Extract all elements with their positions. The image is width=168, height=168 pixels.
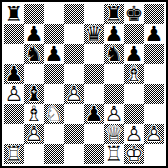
piece-glyph: ♖ [104,144,124,164]
square-b7[interactable]: ♟♟ [24,24,44,44]
piece-glyph: ♟ [84,104,104,124]
square-h6[interactable] [144,44,164,64]
piece-black-pawn: ♟♟ [44,44,64,64]
piece-glyph: ♟ [124,44,144,64]
piece-glyph: ♛ [84,24,104,44]
piece-black-king: ♚♚ [124,4,144,24]
piece-glyph: ♞ [24,44,44,64]
square-g2[interactable]: ♟♙ [124,124,144,144]
piece-glyph: ♜ [4,4,24,24]
square-e5[interactable] [84,64,104,84]
piece-glyph: ♜ [104,4,124,24]
piece-black-bishop: ♝♝ [24,84,44,104]
square-b6[interactable]: ♞♞ [24,44,44,64]
piece-glyph: ♟ [144,24,164,44]
square-c2[interactable] [44,124,64,144]
square-c1[interactable] [44,144,64,164]
piece-black-pawn: ♟♟ [24,24,44,44]
square-c8[interactable] [44,4,64,24]
piece-white-bishop: ♝♗ [124,64,144,84]
piece-glyph: ♚ [124,4,144,24]
square-a7[interactable] [4,24,24,44]
square-a2[interactable] [4,124,24,144]
square-f6[interactable]: ♞♞ [104,44,124,64]
square-a5[interactable]: ♟♟ [4,64,24,84]
piece-glyph: ♟ [44,44,64,64]
square-d4[interactable]: ♟♙ [64,84,84,104]
piece-white-pawn: ♟♙ [124,124,144,144]
piece-glyph: ♞ [104,44,124,64]
piece-black-rook: ♜♜ [104,4,124,24]
square-g3[interactable] [124,104,144,124]
square-f8[interactable]: ♜♜ [104,4,124,24]
square-g5[interactable]: ♝♗ [124,64,144,84]
square-a1[interactable]: ♜♖ [4,144,24,164]
square-f1[interactable]: ♜♖ [104,144,124,164]
piece-glyph: ♘ [44,104,64,124]
square-h3[interactable] [144,104,164,124]
piece-white-pawn: ♟♙ [104,104,124,124]
piece-glyph: ♝ [24,84,44,104]
piece-white-rook: ♜♖ [4,144,24,164]
square-a4[interactable]: ♟♙ [4,84,24,104]
piece-glyph: ♗ [24,104,44,124]
piece-glyph: ♔ [124,144,144,164]
piece-white-rook: ♜♖ [104,144,124,164]
square-a6[interactable] [4,44,24,64]
square-d6[interactable] [64,44,84,64]
square-b3[interactable]: ♝♗ [24,104,44,124]
piece-glyph: ♟ [24,24,44,44]
piece-glyph: ♙ [144,124,164,144]
square-d8[interactable] [64,4,84,24]
piece-white-pawn: ♟♙ [24,124,44,144]
square-b1[interactable] [24,144,44,164]
square-e3[interactable]: ♟♟ [84,104,104,124]
piece-glyph: ♗ [124,64,144,84]
piece-black-pawn: ♟♟ [104,24,124,44]
piece-glyph: ♙ [64,84,84,104]
square-g8[interactable]: ♚♚ [124,4,144,24]
square-e6[interactable] [84,44,104,64]
piece-black-pawn: ♟♟ [84,104,104,124]
piece-white-pawn: ♟♙ [144,124,164,144]
square-b4[interactable]: ♝♝ [24,84,44,104]
chess-diagram-frame: ♜♜♜♜♚♚♟♟♛♛♟♟♟♟♞♞♟♟♞♞♟♟♟♟♝♗♟♙♝♝♟♙♝♗♞♘♟♟♟♙… [0,0,168,168]
square-e4[interactable] [84,84,104,104]
square-g7[interactable] [124,24,144,44]
square-h1[interactable] [144,144,164,164]
piece-white-bishop: ♝♗ [24,104,44,124]
piece-black-pawn: ♟♟ [124,44,144,64]
square-e1[interactable] [84,144,104,164]
piece-white-knight: ♞♘ [44,104,64,124]
piece-glyph: ♟ [104,24,124,44]
square-f2[interactable]: ♛♕ [104,124,124,144]
square-d3[interactable] [64,104,84,124]
square-g4[interactable] [124,84,144,104]
square-f5[interactable] [104,64,124,84]
square-c7[interactable] [44,24,64,44]
piece-glyph: ♙ [104,104,124,124]
piece-black-pawn: ♟♟ [144,24,164,44]
square-a8[interactable]: ♜♜ [4,4,24,24]
square-d5[interactable] [64,64,84,84]
square-e8[interactable] [84,4,104,24]
square-b5[interactable] [24,64,44,84]
square-g6[interactable]: ♟♟ [124,44,144,64]
piece-black-knight: ♞♞ [104,44,124,64]
square-b8[interactable] [24,4,44,24]
piece-white-pawn: ♟♙ [64,84,84,104]
square-h7[interactable]: ♟♟ [144,24,164,44]
piece-white-pawn: ♟♙ [4,84,24,104]
square-g1[interactable]: ♚♔ [124,144,144,164]
piece-glyph: ♙ [4,84,24,104]
piece-glyph: ♖ [4,144,24,164]
square-c6[interactable]: ♟♟ [44,44,64,64]
square-h4[interactable] [144,84,164,104]
piece-glyph: ♙ [124,124,144,144]
piece-black-pawn: ♟♟ [4,64,24,84]
square-d7[interactable] [64,24,84,44]
square-d2[interactable] [64,124,84,144]
square-h2[interactable]: ♟♙ [144,124,164,144]
piece-glyph: ♙ [24,124,44,144]
square-c4[interactable] [44,84,64,104]
square-f4[interactable] [104,84,124,104]
piece-black-rook: ♜♜ [4,4,24,24]
piece-glyph: ♟ [4,64,24,84]
chess-board: ♜♜♜♜♚♚♟♟♛♛♟♟♟♟♞♞♟♟♞♞♟♟♟♟♝♗♟♙♝♝♟♙♝♗♞♘♟♟♟♙… [4,4,164,164]
square-d1[interactable] [64,144,84,164]
square-h8[interactable] [144,4,164,24]
square-e2[interactable] [84,124,104,144]
square-a3[interactable] [4,104,24,124]
piece-glyph: ♕ [104,124,124,144]
square-b2[interactable]: ♟♙ [24,124,44,144]
square-h5[interactable] [144,64,164,84]
square-c3[interactable]: ♞♘ [44,104,64,124]
piece-black-queen: ♛♛ [84,24,104,44]
piece-white-king: ♚♔ [124,144,144,164]
piece-white-queen: ♛♕ [104,124,124,144]
square-f7[interactable]: ♟♟ [104,24,124,44]
piece-black-knight: ♞♞ [24,44,44,64]
square-f3[interactable]: ♟♙ [104,104,124,124]
square-c5[interactable] [44,64,64,84]
square-e7[interactable]: ♛♛ [84,24,104,44]
